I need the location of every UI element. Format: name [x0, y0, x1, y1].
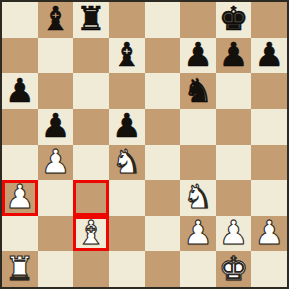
black-pawn[interactable]: ♟	[254, 38, 284, 71]
square-a7[interactable]	[2, 38, 38, 74]
square-a2[interactable]	[2, 216, 38, 252]
black-pawn[interactable]: ♟	[183, 38, 213, 71]
chess-board: ♝♜♚♝♟♟♟♟♞♟♟♟♞♟♞♝♟♟♟♜♚	[2, 2, 287, 287]
square-e1[interactable]	[145, 251, 181, 287]
square-d4[interactable]: ♞	[109, 145, 145, 181]
square-h6[interactable]	[251, 73, 287, 109]
white-pawn[interactable]: ♟	[5, 180, 35, 213]
white-pawn[interactable]: ♟	[219, 216, 249, 249]
square-e4[interactable]	[145, 145, 181, 181]
black-rook[interactable]: ♜	[76, 2, 106, 35]
square-a4[interactable]	[2, 145, 38, 181]
square-f1[interactable]	[180, 251, 216, 287]
square-e7[interactable]	[145, 38, 181, 74]
square-a1[interactable]: ♜	[2, 251, 38, 287]
board-frame: ♝♜♚♝♟♟♟♟♞♟♟♟♞♟♞♝♟♟♟♜♚	[0, 0, 289, 289]
black-knight[interactable]: ♞	[183, 74, 213, 107]
square-f2[interactable]: ♟	[180, 216, 216, 252]
square-a8[interactable]	[2, 2, 38, 38]
square-f5[interactable]	[180, 109, 216, 145]
white-pawn[interactable]: ♟	[183, 216, 213, 249]
white-pawn[interactable]: ♟	[41, 145, 71, 178]
square-b5[interactable]: ♟	[38, 109, 74, 145]
square-h3[interactable]	[251, 180, 287, 216]
square-e8[interactable]	[145, 2, 181, 38]
square-g5[interactable]	[216, 109, 252, 145]
square-f6[interactable]: ♞	[180, 73, 216, 109]
square-g3[interactable]	[216, 180, 252, 216]
square-g7[interactable]: ♟	[216, 38, 252, 74]
square-e5[interactable]	[145, 109, 181, 145]
square-g1[interactable]: ♚	[216, 251, 252, 287]
black-king[interactable]: ♚	[219, 2, 249, 35]
square-c1[interactable]	[73, 251, 109, 287]
square-b8[interactable]: ♝	[38, 2, 74, 38]
square-g4[interactable]	[216, 145, 252, 181]
square-c7[interactable]	[73, 38, 109, 74]
square-b4[interactable]: ♟	[38, 145, 74, 181]
black-pawn[interactable]: ♟	[41, 109, 71, 142]
white-knight[interactable]: ♞	[112, 145, 142, 178]
square-h2[interactable]: ♟	[251, 216, 287, 252]
black-pawn[interactable]: ♟	[112, 109, 142, 142]
square-d5[interactable]: ♟	[109, 109, 145, 145]
square-b1[interactable]	[38, 251, 74, 287]
square-d1[interactable]	[109, 251, 145, 287]
square-f3[interactable]: ♞	[180, 180, 216, 216]
square-c2[interactable]: ♝	[73, 216, 109, 252]
square-d8[interactable]	[109, 2, 145, 38]
square-d3[interactable]	[109, 180, 145, 216]
square-c8[interactable]: ♜	[73, 2, 109, 38]
square-h7[interactable]: ♟	[251, 38, 287, 74]
square-c5[interactable]	[73, 109, 109, 145]
square-g8[interactable]: ♚	[216, 2, 252, 38]
square-d6[interactable]	[109, 73, 145, 109]
square-c6[interactable]	[73, 73, 109, 109]
square-f7[interactable]: ♟	[180, 38, 216, 74]
square-h5[interactable]	[251, 109, 287, 145]
square-f8[interactable]	[180, 2, 216, 38]
white-bishop[interactable]: ♝	[76, 216, 106, 249]
square-e2[interactable]	[145, 216, 181, 252]
square-b3[interactable]	[38, 180, 74, 216]
square-c4[interactable]	[73, 145, 109, 181]
square-a5[interactable]	[2, 109, 38, 145]
square-g2[interactable]: ♟	[216, 216, 252, 252]
square-g6[interactable]	[216, 73, 252, 109]
square-h8[interactable]	[251, 2, 287, 38]
white-knight[interactable]: ♞	[183, 180, 213, 213]
black-pawn[interactable]: ♟	[219, 38, 249, 71]
white-king[interactable]: ♚	[219, 252, 249, 285]
black-bishop[interactable]: ♝	[41, 2, 71, 35]
white-pawn[interactable]: ♟	[254, 216, 284, 249]
square-d2[interactable]	[109, 216, 145, 252]
square-h1[interactable]	[251, 251, 287, 287]
black-pawn[interactable]: ♟	[5, 74, 35, 107]
square-e6[interactable]	[145, 73, 181, 109]
square-f4[interactable]	[180, 145, 216, 181]
square-d7[interactable]: ♝	[109, 38, 145, 74]
square-b2[interactable]	[38, 216, 74, 252]
square-b6[interactable]	[38, 73, 74, 109]
square-b7[interactable]	[38, 38, 74, 74]
square-a6[interactable]: ♟	[2, 73, 38, 109]
square-e3[interactable]	[145, 180, 181, 216]
square-a3[interactable]: ♟	[2, 180, 38, 216]
black-bishop[interactable]: ♝	[112, 38, 142, 71]
white-rook[interactable]: ♜	[5, 252, 35, 285]
square-h4[interactable]	[251, 145, 287, 181]
square-c3[interactable]	[73, 180, 109, 216]
